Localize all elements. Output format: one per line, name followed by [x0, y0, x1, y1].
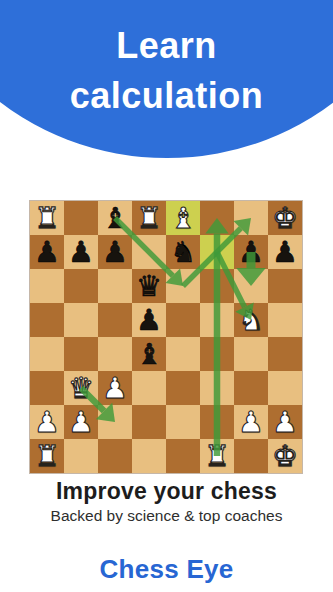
square-d4[interactable]: ♝	[132, 337, 166, 371]
square-a5[interactable]	[30, 303, 64, 337]
square-f1[interactable]: ♜	[200, 439, 234, 473]
square-g7[interactable]: ♟	[234, 235, 268, 269]
square-f2[interactable]	[200, 405, 234, 439]
square-e2[interactable]	[166, 405, 200, 439]
square-f5[interactable]	[200, 303, 234, 337]
board-grid: ♜♝♜♝♚♟♟♟♞♟♟♛♟♞♝♛♟♟♟♟♟♜♜♚	[30, 201, 302, 473]
square-c4[interactable]	[98, 337, 132, 371]
square-b1[interactable]	[64, 439, 98, 473]
square-g2[interactable]: ♟	[234, 405, 268, 439]
square-g8[interactable]	[234, 201, 268, 235]
square-e1[interactable]	[166, 439, 200, 473]
square-a8[interactable]: ♜	[30, 201, 64, 235]
white-pawn: ♟	[30, 405, 64, 439]
square-a4[interactable]	[30, 337, 64, 371]
black-bishop: ♝	[132, 337, 166, 371]
square-e7[interactable]: ♞	[166, 235, 200, 269]
square-b5[interactable]	[64, 303, 98, 337]
white-pawn: ♟	[64, 405, 98, 439]
square-h5[interactable]	[268, 303, 302, 337]
square-g5[interactable]: ♞	[234, 303, 268, 337]
square-c8[interactable]: ♝	[98, 201, 132, 235]
hero-title-line2: calculation	[0, 71, 333, 121]
white-knight: ♞	[234, 303, 268, 337]
black-pawn: ♟	[30, 235, 64, 269]
square-h3[interactable]	[268, 371, 302, 405]
square-c6[interactable]	[98, 269, 132, 303]
square-b6[interactable]	[64, 269, 98, 303]
square-h6[interactable]	[268, 269, 302, 303]
square-e6[interactable]	[166, 269, 200, 303]
square-a1[interactable]: ♜	[30, 439, 64, 473]
black-pawn: ♟	[64, 235, 98, 269]
square-c1[interactable]	[98, 439, 132, 473]
square-c2[interactable]	[98, 405, 132, 439]
white-rook: ♜	[30, 439, 64, 473]
black-pawn: ♟	[268, 235, 302, 269]
square-f4[interactable]	[200, 337, 234, 371]
black-pawn: ♟	[98, 235, 132, 269]
subline: Backed by science & top coaches	[0, 507, 333, 525]
white-pawn: ♟	[268, 405, 302, 439]
hero-title-line1: Learn	[0, 21, 333, 71]
square-a7[interactable]: ♟	[30, 235, 64, 269]
square-d3[interactable]	[132, 371, 166, 405]
square-a3[interactable]	[30, 371, 64, 405]
black-pawn: ♟	[132, 303, 166, 337]
brand-name: Chess Eye	[0, 554, 333, 585]
square-b8[interactable]	[64, 201, 98, 235]
square-h8[interactable]: ♚	[268, 201, 302, 235]
square-f6[interactable]	[200, 269, 234, 303]
square-f3[interactable]	[200, 371, 234, 405]
square-g4[interactable]	[234, 337, 268, 371]
white-pawn: ♟	[98, 371, 132, 405]
square-g6[interactable]	[234, 269, 268, 303]
square-a2[interactable]: ♟	[30, 405, 64, 439]
black-knight: ♞	[166, 235, 200, 269]
square-d1[interactable]	[132, 439, 166, 473]
white-bishop: ♝	[166, 201, 200, 235]
square-e8[interactable]: ♝	[166, 201, 200, 235]
square-h2[interactable]: ♟	[268, 405, 302, 439]
square-e5[interactable]	[166, 303, 200, 337]
square-f7[interactable]	[200, 235, 234, 269]
square-d8[interactable]: ♜	[132, 201, 166, 235]
square-e4[interactable]	[166, 337, 200, 371]
square-b7[interactable]: ♟	[64, 235, 98, 269]
square-h1[interactable]: ♚	[268, 439, 302, 473]
promo-screenshot: Learn calculation ♜♝♜♝♚♟♟♟♞♟♟♛♟♞♝♛♟♟♟♟♟♜…	[0, 0, 333, 592]
white-rook: ♜	[200, 439, 234, 473]
square-b3[interactable]: ♛	[64, 371, 98, 405]
square-h7[interactable]: ♟	[268, 235, 302, 269]
square-f8[interactable]	[200, 201, 234, 235]
white-king: ♚	[268, 439, 302, 473]
white-pawn: ♟	[234, 405, 268, 439]
square-d5[interactable]: ♟	[132, 303, 166, 337]
black-bishop: ♝	[98, 201, 132, 235]
white-queen: ♛	[64, 371, 98, 405]
hero-title: Learn calculation	[0, 21, 333, 121]
square-g3[interactable]	[234, 371, 268, 405]
square-d7[interactable]	[132, 235, 166, 269]
square-b4[interactable]	[64, 337, 98, 371]
black-queen: ♛	[132, 269, 166, 303]
black-pawn: ♟	[234, 235, 268, 269]
chess-board: ♜♝♜♝♚♟♟♟♞♟♟♛♟♞♝♛♟♟♟♟♟♜♜♚	[30, 201, 302, 473]
white-rook: ♜	[30, 201, 64, 235]
square-c5[interactable]	[98, 303, 132, 337]
white-rook: ♜	[132, 201, 166, 235]
square-a6[interactable]	[30, 269, 64, 303]
square-b2[interactable]: ♟	[64, 405, 98, 439]
square-c7[interactable]: ♟	[98, 235, 132, 269]
square-c3[interactable]: ♟	[98, 371, 132, 405]
square-h4[interactable]	[268, 337, 302, 371]
square-g1[interactable]	[234, 439, 268, 473]
headline: Improve your chess	[0, 478, 333, 505]
white-king: ♚	[268, 201, 302, 235]
square-e3[interactable]	[166, 371, 200, 405]
square-d2[interactable]	[132, 405, 166, 439]
square-d6[interactable]: ♛	[132, 269, 166, 303]
